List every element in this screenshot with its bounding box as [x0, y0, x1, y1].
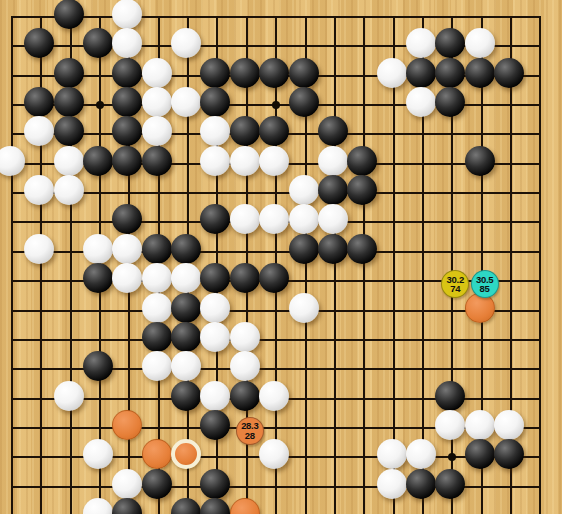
white-stone — [83, 234, 113, 264]
white-stone — [200, 116, 230, 146]
black-stone — [259, 58, 289, 88]
white-stone — [289, 175, 319, 205]
black-stone — [142, 146, 172, 176]
black-stone — [171, 498, 201, 514]
grid-line-horizontal — [11, 339, 541, 341]
white-stone — [142, 87, 172, 117]
white-stone — [171, 263, 201, 293]
black-stone — [259, 263, 289, 293]
white-stone — [171, 28, 201, 58]
white-stone — [83, 498, 113, 514]
white-stone — [230, 204, 260, 234]
white-stone — [259, 146, 289, 176]
white-stone — [230, 146, 260, 176]
black-stone — [112, 87, 142, 117]
white-stone — [406, 87, 436, 117]
white-stone — [200, 293, 230, 323]
black-stone — [347, 175, 377, 205]
black-stone — [83, 351, 113, 381]
white-stone — [465, 410, 495, 440]
black-stone — [435, 28, 465, 58]
white-stone — [112, 263, 142, 293]
black-stone — [230, 381, 260, 411]
white-stone — [259, 381, 289, 411]
black-stone — [230, 263, 260, 293]
white-stone — [24, 116, 54, 146]
black-stone — [200, 263, 230, 293]
black-stone — [200, 87, 230, 117]
black-stone — [406, 58, 436, 88]
suggestion-visits-label: 28 — [245, 431, 255, 441]
black-stone — [54, 0, 84, 29]
black-stone — [112, 146, 142, 176]
white-stone — [54, 381, 84, 411]
black-stone — [318, 234, 348, 264]
white-stone — [377, 58, 407, 88]
black-stone — [406, 469, 436, 499]
grid-line-vertical — [334, 16, 336, 514]
black-stone — [494, 58, 524, 88]
black-stone — [171, 322, 201, 352]
white-stone — [200, 146, 230, 176]
white-stone — [142, 58, 172, 88]
black-stone — [112, 116, 142, 146]
white-stone — [142, 293, 172, 323]
white-stone — [112, 0, 142, 29]
star-point — [272, 101, 280, 109]
black-stone — [435, 87, 465, 117]
go-board[interactable]: 30.27430.58528.328 — [0, 0, 562, 514]
black-stone — [289, 58, 319, 88]
black-stone — [24, 28, 54, 58]
black-stone — [318, 175, 348, 205]
black-stone — [83, 28, 113, 58]
white-stone — [230, 322, 260, 352]
last-move-orange-stone — [171, 439, 201, 469]
black-stone — [83, 263, 113, 293]
white-stone — [112, 28, 142, 58]
white-stone — [24, 234, 54, 264]
move-suggestion-circle[interactable]: 30.585 — [471, 270, 499, 298]
black-stone — [112, 498, 142, 514]
star-point — [448, 453, 456, 461]
black-stone — [318, 116, 348, 146]
black-stone — [83, 146, 113, 176]
white-stone — [289, 293, 319, 323]
grid-line-horizontal — [11, 310, 541, 312]
white-stone — [171, 87, 201, 117]
white-stone — [377, 469, 407, 499]
move-suggestion-circle[interactable]: 28.328 — [236, 417, 264, 445]
black-stone — [112, 204, 142, 234]
black-stone — [435, 469, 465, 499]
white-stone — [112, 234, 142, 264]
orange-stone — [230, 498, 260, 514]
white-stone — [318, 204, 348, 234]
white-stone — [259, 204, 289, 234]
white-stone — [377, 439, 407, 469]
black-stone — [465, 58, 495, 88]
white-stone — [230, 351, 260, 381]
star-point — [96, 101, 104, 109]
suggestion-visits-label: 74 — [450, 284, 460, 294]
black-stone — [465, 439, 495, 469]
white-stone — [142, 351, 172, 381]
black-stone — [171, 293, 201, 323]
grid-line-vertical — [363, 16, 365, 514]
white-stone — [171, 351, 201, 381]
black-stone — [54, 58, 84, 88]
black-stone — [171, 234, 201, 264]
white-stone — [112, 469, 142, 499]
white-stone — [259, 439, 289, 469]
orange-stone — [112, 410, 142, 440]
black-stone — [142, 469, 172, 499]
black-stone — [142, 234, 172, 264]
white-stone — [318, 146, 348, 176]
black-stone — [230, 116, 260, 146]
black-stone — [230, 58, 260, 88]
black-stone — [465, 146, 495, 176]
black-stone — [435, 58, 465, 88]
white-stone — [54, 175, 84, 205]
white-stone — [465, 28, 495, 58]
black-stone — [200, 204, 230, 234]
black-stone — [54, 116, 84, 146]
black-stone — [435, 381, 465, 411]
black-stone — [289, 87, 319, 117]
black-stone — [171, 381, 201, 411]
white-stone — [435, 410, 465, 440]
white-stone — [494, 410, 524, 440]
white-stone — [406, 439, 436, 469]
orange-stone — [142, 439, 172, 469]
black-stone — [347, 234, 377, 264]
white-stone — [54, 146, 84, 176]
black-stone — [200, 58, 230, 88]
white-stone — [0, 146, 25, 176]
grid-line-horizontal — [11, 16, 541, 18]
white-stone — [142, 263, 172, 293]
black-stone — [54, 87, 84, 117]
grid-line-horizontal — [11, 192, 541, 194]
white-stone — [200, 322, 230, 352]
grid-line-vertical — [539, 16, 541, 514]
black-stone — [200, 410, 230, 440]
grid-line-vertical — [11, 16, 13, 514]
move-suggestion-circle[interactable]: 30.274 — [441, 270, 469, 298]
black-stone — [259, 116, 289, 146]
white-stone — [83, 439, 113, 469]
white-stone — [142, 116, 172, 146]
black-stone — [494, 439, 524, 469]
white-stone — [24, 175, 54, 205]
black-stone — [112, 58, 142, 88]
white-stone — [406, 28, 436, 58]
white-stone — [289, 204, 319, 234]
white-stone — [200, 381, 230, 411]
black-stone — [200, 469, 230, 499]
black-stone — [142, 322, 172, 352]
black-stone — [289, 234, 319, 264]
black-stone — [347, 146, 377, 176]
suggestion-visits-label: 85 — [480, 284, 490, 294]
black-stone — [200, 498, 230, 514]
black-stone — [24, 87, 54, 117]
